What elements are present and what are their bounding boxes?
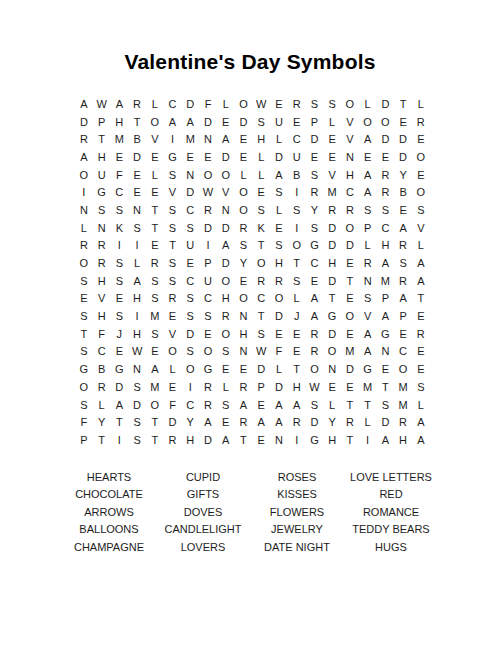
grid-cell-r14c14[interactable]: R [306, 325, 324, 343]
grid-cell-r9c12[interactable]: S [270, 237, 288, 255]
grid-cell-r16c14[interactable]: O [306, 360, 324, 378]
grid-cell-r1c17[interactable]: L [359, 95, 377, 113]
grid-cell-r7c13[interactable]: S [288, 201, 306, 219]
grid-cell-r17c20[interactable]: S [412, 378, 430, 396]
grid-cell-r16c17[interactable]: G [359, 360, 377, 378]
grid-cell-r15c9[interactable]: S [217, 343, 235, 361]
grid-cell-r20c19[interactable]: H [394, 431, 412, 449]
grid-cell-r17c5[interactable]: M [146, 378, 164, 396]
grid-cell-r9c15[interactable]: D [323, 237, 341, 255]
grid-cell-r4c11[interactable]: L [252, 148, 270, 166]
grid-cell-r11c7[interactable]: C [181, 272, 199, 290]
grid-cell-r5c14[interactable]: S [306, 166, 324, 184]
grid-cell-r20c17[interactable]: I [359, 431, 377, 449]
grid-cell-r17c10[interactable]: R [235, 378, 253, 396]
grid-cell-r6c7[interactable]: D [181, 183, 199, 201]
grid-cell-r6c10[interactable]: O [235, 183, 253, 201]
grid-cell-r16c12[interactable]: L [270, 360, 288, 378]
grid-cell-r12c18[interactable]: P [376, 290, 394, 308]
grid-cell-r7c1[interactable]: N [75, 201, 93, 219]
grid-cell-r16c19[interactable]: O [394, 360, 412, 378]
grid-cell-r16c15[interactable]: N [323, 360, 341, 378]
grid-cell-r3c20[interactable]: E [412, 130, 430, 148]
grid-cell-r19c16[interactable]: R [341, 413, 359, 431]
grid-cell-r1c19[interactable]: T [394, 95, 412, 113]
grid-cell-r20c20[interactable]: A [412, 431, 430, 449]
grid-cell-r17c1[interactable]: O [75, 378, 93, 396]
grid-cell-r20c10[interactable]: T [235, 431, 253, 449]
grid-cell-r10c6[interactable]: S [164, 254, 182, 272]
grid-cell-r13c9[interactable]: R [217, 307, 235, 325]
grid-cell-r20c7[interactable]: H [181, 431, 199, 449]
grid-cell-r5c4[interactable]: E [128, 166, 146, 184]
grid-cell-r14c18[interactable]: G [376, 325, 394, 343]
grid-cell-r4c4[interactable]: D [128, 148, 146, 166]
grid-cell-r6c12[interactable]: S [270, 183, 288, 201]
grid-cell-r10c13[interactable]: T [288, 254, 306, 272]
grid-cell-r12c4[interactable]: H [128, 290, 146, 308]
grid-cell-r5c7[interactable]: N [181, 166, 199, 184]
grid-cell-r13c18[interactable]: A [376, 307, 394, 325]
grid-cell-r13c10[interactable]: N [235, 307, 253, 325]
grid-cell-r4c20[interactable]: O [412, 148, 430, 166]
grid-cell-r5c10[interactable]: L [235, 166, 253, 184]
grid-cell-r17c2[interactable]: R [93, 378, 111, 396]
grid-cell-r11c19[interactable]: R [394, 272, 412, 290]
grid-cell-r10c8[interactable]: P [199, 254, 217, 272]
grid-cell-r16c18[interactable]: E [376, 360, 394, 378]
grid-cell-r7c7[interactable]: C [181, 201, 199, 219]
grid-cell-r1c11[interactable]: W [252, 95, 270, 113]
grid-cell-r15c7[interactable]: S [181, 343, 199, 361]
grid-cell-r3c11[interactable]: H [252, 130, 270, 148]
grid-cell-r9c17[interactable]: L [359, 237, 377, 255]
grid-cell-r5c17[interactable]: A [359, 166, 377, 184]
grid-cell-r3c17[interactable]: A [359, 130, 377, 148]
grid-cell-r11c16[interactable]: T [341, 272, 359, 290]
grid-cell-r15c5[interactable]: E [146, 343, 164, 361]
grid-cell-r12c2[interactable]: V [93, 290, 111, 308]
grid-cell-r6c3[interactable]: C [110, 183, 128, 201]
grid-cell-r13c14[interactable]: A [306, 307, 324, 325]
grid-cell-r17c19[interactable]: M [394, 378, 412, 396]
grid-cell-r20c15[interactable]: H [323, 431, 341, 449]
grid-cell-r11c17[interactable]: N [359, 272, 377, 290]
grid-cell-r5c12[interactable]: A [270, 166, 288, 184]
grid-cell-r5c5[interactable]: L [146, 166, 164, 184]
grid-cell-r9c4[interactable]: I [128, 237, 146, 255]
grid-cell-r18c11[interactable]: E [252, 396, 270, 414]
grid-cell-r9c9[interactable]: A [217, 237, 235, 255]
grid-cell-r10c1[interactable]: O [75, 254, 93, 272]
grid-cell-r1c12[interactable]: E [270, 95, 288, 113]
grid-cell-r18c15[interactable]: L [323, 396, 341, 414]
grid-cell-r11c15[interactable]: D [323, 272, 341, 290]
grid-cell-r15c1[interactable]: S [75, 343, 93, 361]
grid-cell-r20c1[interactable]: P [75, 431, 93, 449]
grid-cell-r6c9[interactable]: V [217, 183, 235, 201]
grid-cell-r6c5[interactable]: E [146, 183, 164, 201]
grid-cell-r19c11[interactable]: A [252, 413, 270, 431]
grid-cell-r2c3[interactable]: H [110, 113, 128, 131]
grid-cell-r19c1[interactable]: F [75, 413, 93, 431]
grid-cell-r5c2[interactable]: U [93, 166, 111, 184]
grid-cell-r4c9[interactable]: D [217, 148, 235, 166]
grid-cell-r19c17[interactable]: L [359, 413, 377, 431]
grid-cell-r16c16[interactable]: D [341, 360, 359, 378]
grid-cell-r11c1[interactable]: S [75, 272, 93, 290]
grid-cell-r17c6[interactable]: E [164, 378, 182, 396]
grid-cell-r11c13[interactable]: S [288, 272, 306, 290]
grid-cell-r10c18[interactable]: A [376, 254, 394, 272]
grid-cell-r8c16[interactable]: O [341, 219, 359, 237]
grid-cell-r4c18[interactable]: E [376, 148, 394, 166]
grid-cell-r18c13[interactable]: A [288, 396, 306, 414]
grid-cell-r15c4[interactable]: W [128, 343, 146, 361]
grid-cell-r3c7[interactable]: M [181, 130, 199, 148]
grid-cell-r19c9[interactable]: E [217, 413, 235, 431]
grid-cell-r11c8[interactable]: U [199, 272, 217, 290]
grid-cell-r12c8[interactable]: C [199, 290, 217, 308]
grid-cell-r16c7[interactable]: O [181, 360, 199, 378]
grid-cell-r9c20[interactable]: L [412, 237, 430, 255]
grid-cell-r10c5[interactable]: R [146, 254, 164, 272]
grid-cell-r10c3[interactable]: S [110, 254, 128, 272]
grid-cell-r3c2[interactable]: T [93, 130, 111, 148]
grid-cell-r18c6[interactable]: F [164, 396, 182, 414]
grid-cell-r8c2[interactable]: N [93, 219, 111, 237]
grid-cell-r10c14[interactable]: C [306, 254, 324, 272]
grid-cell-r6c19[interactable]: B [394, 183, 412, 201]
grid-cell-r9c11[interactable]: T [252, 237, 270, 255]
grid-cell-r4c6[interactable]: G [164, 148, 182, 166]
grid-cell-r8c5[interactable]: T [146, 219, 164, 237]
grid-cell-r5c11[interactable]: L [252, 166, 270, 184]
grid-cell-r11c12[interactable]: R [270, 272, 288, 290]
grid-cell-r11c5[interactable]: S [146, 272, 164, 290]
grid-cell-r8c15[interactable]: D [323, 219, 341, 237]
grid-cell-r18c10[interactable]: A [235, 396, 253, 414]
grid-cell-r3c9[interactable]: A [217, 130, 235, 148]
grid-cell-r17c8[interactable]: R [199, 378, 217, 396]
grid-cell-r14c11[interactable]: S [252, 325, 270, 343]
grid-cell-r20c12[interactable]: N [270, 431, 288, 449]
grid-cell-r8c4[interactable]: S [128, 219, 146, 237]
grid-cell-r7c19[interactable]: E [394, 201, 412, 219]
grid-cell-r18c9[interactable]: S [217, 396, 235, 414]
grid-cell-r7c3[interactable]: S [110, 201, 128, 219]
grid-cell-r9c8[interactable]: I [199, 237, 217, 255]
grid-cell-r19c15[interactable]: Y [323, 413, 341, 431]
grid-cell-r19c2[interactable]: Y [93, 413, 111, 431]
grid-cell-r4c3[interactable]: E [110, 148, 128, 166]
grid-cell-r4c13[interactable]: U [288, 148, 306, 166]
grid-cell-r2c10[interactable]: D [235, 113, 253, 131]
grid-cell-r15c3[interactable]: E [110, 343, 128, 361]
grid-cell-r15c15[interactable]: O [323, 343, 341, 361]
grid-cell-r16c5[interactable]: A [146, 360, 164, 378]
grid-cell-r19c7[interactable]: Y [181, 413, 199, 431]
grid-cell-r4c7[interactable]: E [181, 148, 199, 166]
grid-cell-r17c16[interactable]: E [341, 378, 359, 396]
grid-cell-r14c2[interactable]: F [93, 325, 111, 343]
grid-cell-r13c12[interactable]: D [270, 307, 288, 325]
grid-cell-r6c2[interactable]: G [93, 183, 111, 201]
grid-cell-r2c9[interactable]: E [217, 113, 235, 131]
grid-cell-r12c1[interactable]: E [75, 290, 93, 308]
grid-cell-r1c3[interactable]: A [110, 95, 128, 113]
grid-cell-r2c8[interactable]: D [199, 113, 217, 131]
grid-cell-r13c7[interactable]: S [181, 307, 199, 325]
grid-cell-r11c6[interactable]: S [164, 272, 182, 290]
grid-cell-r10c16[interactable]: E [341, 254, 359, 272]
grid-cell-r15c14[interactable]: R [306, 343, 324, 361]
grid-cell-r6c8[interactable]: W [199, 183, 217, 201]
grid-cell-r19c4[interactable]: S [128, 413, 146, 431]
grid-cell-r16c1[interactable]: G [75, 360, 93, 378]
grid-cell-r14c4[interactable]: H [128, 325, 146, 343]
grid-cell-r3c14[interactable]: D [306, 130, 324, 148]
grid-cell-r1c20[interactable]: L [412, 95, 430, 113]
grid-cell-r3c10[interactable]: E [235, 130, 253, 148]
grid-cell-r10c9[interactable]: D [217, 254, 235, 272]
grid-cell-r6c1[interactable]: I [75, 183, 93, 201]
grid-cell-r11c3[interactable]: S [110, 272, 128, 290]
grid-cell-r3c3[interactable]: M [110, 130, 128, 148]
grid-cell-r13c13[interactable]: J [288, 307, 306, 325]
grid-cell-r10c10[interactable]: Y [235, 254, 253, 272]
grid-cell-r12c17[interactable]: S [359, 290, 377, 308]
grid-cell-r12c11[interactable]: C [252, 290, 270, 308]
grid-cell-r9c14[interactable]: G [306, 237, 324, 255]
grid-cell-r5c6[interactable]: S [164, 166, 182, 184]
grid-cell-r18c14[interactable]: S [306, 396, 324, 414]
grid-cell-r2c20[interactable]: R [412, 113, 430, 131]
grid-cell-r18c17[interactable]: T [359, 396, 377, 414]
grid-cell-r17c18[interactable]: T [376, 378, 394, 396]
grid-cell-r15c2[interactable]: C [93, 343, 111, 361]
grid-cell-r12c5[interactable]: S [146, 290, 164, 308]
grid-cell-r15c20[interactable]: E [412, 343, 430, 361]
grid-cell-r12c3[interactable]: E [110, 290, 128, 308]
grid-cell-r9c16[interactable]: D [341, 237, 359, 255]
grid-cell-r8c1[interactable]: L [75, 219, 93, 237]
grid-cell-r9c7[interactable]: U [181, 237, 199, 255]
grid-cell-r20c4[interactable]: S [128, 431, 146, 449]
grid-cell-r2c15[interactable]: L [323, 113, 341, 131]
grid-cell-r16c8[interactable]: G [199, 360, 217, 378]
grid-cell-r5c3[interactable]: F [110, 166, 128, 184]
grid-cell-r2c6[interactable]: A [164, 113, 182, 131]
grid-cell-r4c14[interactable]: E [306, 148, 324, 166]
grid-cell-r20c11[interactable]: E [252, 431, 270, 449]
grid-cell-r2c14[interactable]: P [306, 113, 324, 131]
grid-cell-r16c9[interactable]: E [217, 360, 235, 378]
grid-cell-r10c20[interactable]: A [412, 254, 430, 272]
grid-cell-r8c3[interactable]: K [110, 219, 128, 237]
grid-cell-r12c7[interactable]: S [181, 290, 199, 308]
grid-cell-r17c13[interactable]: H [288, 378, 306, 396]
grid-cell-r4c5[interactable]: E [146, 148, 164, 166]
grid-cell-r6c17[interactable]: A [359, 183, 377, 201]
grid-cell-r20c14[interactable]: G [306, 431, 324, 449]
grid-cell-r11c4[interactable]: A [128, 272, 146, 290]
grid-cell-r4c17[interactable]: E [359, 148, 377, 166]
grid-cell-r19c14[interactable]: D [306, 413, 324, 431]
grid-cell-r18c12[interactable]: A [270, 396, 288, 414]
grid-cell-r5c9[interactable]: O [217, 166, 235, 184]
grid-cell-r3c18[interactable]: D [376, 130, 394, 148]
grid-cell-r13c11[interactable]: T [252, 307, 270, 325]
grid-cell-r5c13[interactable]: B [288, 166, 306, 184]
grid-cell-r14c19[interactable]: E [394, 325, 412, 343]
grid-cell-r12c19[interactable]: A [394, 290, 412, 308]
grid-cell-r19c19[interactable]: R [394, 413, 412, 431]
grid-cell-r19c10[interactable]: R [235, 413, 253, 431]
grid-cell-r6c13[interactable]: I [288, 183, 306, 201]
grid-cell-r1c10[interactable]: O [235, 95, 253, 113]
grid-cell-r17c9[interactable]: L [217, 378, 235, 396]
grid-cell-r13c8[interactable]: S [199, 307, 217, 325]
grid-cell-r3c1[interactable]: R [75, 130, 93, 148]
grid-cell-r14c20[interactable]: R [412, 325, 430, 343]
grid-cell-r17c4[interactable]: S [128, 378, 146, 396]
grid-cell-r3c12[interactable]: L [270, 130, 288, 148]
grid-cell-r2c5[interactable]: O [146, 113, 164, 131]
grid-cell-r9c10[interactable]: S [235, 237, 253, 255]
grid-cell-r14c7[interactable]: D [181, 325, 199, 343]
grid-cell-r18c3[interactable]: A [110, 396, 128, 414]
grid-cell-r18c18[interactable]: S [376, 396, 394, 414]
grid-cell-r12c6[interactable]: R [164, 290, 182, 308]
grid-cell-r9c5[interactable]: E [146, 237, 164, 255]
grid-cell-r1c1[interactable]: A [75, 95, 93, 113]
grid-cell-r4c10[interactable]: E [235, 148, 253, 166]
grid-cell-r15c11[interactable]: W [252, 343, 270, 361]
grid-cell-r9c6[interactable]: T [164, 237, 182, 255]
grid-cell-r8c20[interactable]: V [412, 219, 430, 237]
grid-cell-r10c2[interactable]: R [93, 254, 111, 272]
grid-cell-r9c13[interactable]: O [288, 237, 306, 255]
grid-cell-r7c18[interactable]: S [376, 201, 394, 219]
grid-cell-r1c15[interactable]: S [323, 95, 341, 113]
grid-cell-r7c17[interactable]: S [359, 201, 377, 219]
grid-cell-r12c15[interactable]: T [323, 290, 341, 308]
grid-cell-r10c15[interactable]: H [323, 254, 341, 272]
grid-cell-r20c18[interactable]: A [376, 431, 394, 449]
grid-cell-r12c13[interactable]: L [288, 290, 306, 308]
grid-cell-r1c14[interactable]: S [306, 95, 324, 113]
grid-cell-r7c9[interactable]: N [217, 201, 235, 219]
grid-cell-r16c11[interactable]: D [252, 360, 270, 378]
grid-cell-r20c13[interactable]: I [288, 431, 306, 449]
grid-cell-r17c12[interactable]: D [270, 378, 288, 396]
grid-cell-r10c12[interactable]: H [270, 254, 288, 272]
grid-cell-r5c1[interactable]: O [75, 166, 93, 184]
grid-cell-r6c16[interactable]: C [341, 183, 359, 201]
grid-cell-r6c15[interactable]: M [323, 183, 341, 201]
grid-cell-r3c16[interactable]: V [341, 130, 359, 148]
grid-cell-r12c9[interactable]: H [217, 290, 235, 308]
grid-cell-r7c6[interactable]: S [164, 201, 182, 219]
grid-cell-r14c1[interactable]: T [75, 325, 93, 343]
grid-cell-r8c11[interactable]: K [252, 219, 270, 237]
grid-cell-r2c7[interactable]: A [181, 113, 199, 131]
grid-cell-r7c14[interactable]: Y [306, 201, 324, 219]
grid-cell-r13c16[interactable]: O [341, 307, 359, 325]
grid-cell-r10c7[interactable]: E [181, 254, 199, 272]
grid-cell-r19c8[interactable]: A [199, 413, 217, 431]
grid-cell-r3c19[interactable]: D [394, 130, 412, 148]
grid-cell-r18c4[interactable]: D [128, 396, 146, 414]
grid-cell-r14c15[interactable]: D [323, 325, 341, 343]
grid-cell-r15c8[interactable]: O [199, 343, 217, 361]
grid-cell-r5c8[interactable]: O [199, 166, 217, 184]
grid-cell-r11c9[interactable]: O [217, 272, 235, 290]
grid-cell-r2c1[interactable]: D [75, 113, 93, 131]
grid-cell-r3c4[interactable]: B [128, 130, 146, 148]
grid-cell-r15c16[interactable]: M [341, 343, 359, 361]
grid-cell-r1c2[interactable]: W [93, 95, 111, 113]
grid-cell-r8c6[interactable]: S [164, 219, 182, 237]
grid-cell-r6c11[interactable]: E [252, 183, 270, 201]
grid-cell-r9c3[interactable]: I [110, 237, 128, 255]
grid-cell-r12c14[interactable]: A [306, 290, 324, 308]
grid-cell-r16c2[interactable]: B [93, 360, 111, 378]
grid-cell-r9c19[interactable]: R [394, 237, 412, 255]
grid-cell-r15c19[interactable]: C [394, 343, 412, 361]
grid-cell-r3c5[interactable]: V [146, 130, 164, 148]
grid-cell-r14c16[interactable]: E [341, 325, 359, 343]
grid-cell-r10c11[interactable]: O [252, 254, 270, 272]
grid-cell-r6c14[interactable]: R [306, 183, 324, 201]
grid-cell-r7c5[interactable]: T [146, 201, 164, 219]
grid-cell-r9c1[interactable]: R [75, 237, 93, 255]
grid-cell-r7c11[interactable]: S [252, 201, 270, 219]
grid-cell-r15c17[interactable]: A [359, 343, 377, 361]
grid-cell-r7c8[interactable]: R [199, 201, 217, 219]
grid-cell-r3c15[interactable]: E [323, 130, 341, 148]
grid-cell-r5c19[interactable]: Y [394, 166, 412, 184]
grid-cell-r4c8[interactable]: E [199, 148, 217, 166]
grid-cell-r1c6[interactable]: C [164, 95, 182, 113]
grid-cell-r3c13[interactable]: C [288, 130, 306, 148]
grid-cell-r8c12[interactable]: E [270, 219, 288, 237]
grid-cell-r11c11[interactable]: R [252, 272, 270, 290]
grid-cell-r7c2[interactable]: S [93, 201, 111, 219]
grid-cell-r13c19[interactable]: P [394, 307, 412, 325]
grid-cell-r18c5[interactable]: O [146, 396, 164, 414]
grid-cell-r11c10[interactable]: E [235, 272, 253, 290]
grid-cell-r17c17[interactable]: M [359, 378, 377, 396]
grid-cell-r5c18[interactable]: R [376, 166, 394, 184]
grid-cell-r14c5[interactable]: S [146, 325, 164, 343]
grid-cell-r7c16[interactable]: R [341, 201, 359, 219]
grid-cell-r19c6[interactable]: D [164, 413, 182, 431]
grid-cell-r14c8[interactable]: E [199, 325, 217, 343]
grid-cell-r3c6[interactable]: I [164, 130, 182, 148]
grid-cell-r1c8[interactable]: F [199, 95, 217, 113]
grid-cell-r7c4[interactable]: N [128, 201, 146, 219]
grid-cell-r14c17[interactable]: A [359, 325, 377, 343]
grid-cell-r18c8[interactable]: R [199, 396, 217, 414]
grid-cell-r5c20[interactable]: E [412, 166, 430, 184]
grid-cell-r13c4[interactable]: I [128, 307, 146, 325]
grid-cell-r7c15[interactable]: R [323, 201, 341, 219]
grid-cell-r11c18[interactable]: M [376, 272, 394, 290]
grid-cell-r20c16[interactable]: T [341, 431, 359, 449]
grid-cell-r20c6[interactable]: R [164, 431, 182, 449]
